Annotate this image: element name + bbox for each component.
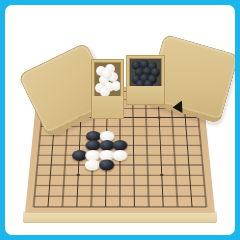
- stone-white: [112, 150, 127, 161]
- stone-white: [85, 159, 101, 170]
- stone-black: [99, 159, 114, 170]
- white-bowl-interior: [94, 62, 121, 98]
- white-bowl-front: [92, 96, 123, 118]
- black-stone-bowl: [126, 55, 165, 105]
- bowl-stone: [111, 81, 121, 91]
- white-stone-bowl: [91, 59, 124, 119]
- photo-frame: [0, 0, 240, 240]
- product-photo: [5, 5, 235, 235]
- bowl-stone: [102, 69, 112, 79]
- black-bowl-front: [127, 86, 164, 104]
- black-bowl-interior: [129, 58, 162, 88]
